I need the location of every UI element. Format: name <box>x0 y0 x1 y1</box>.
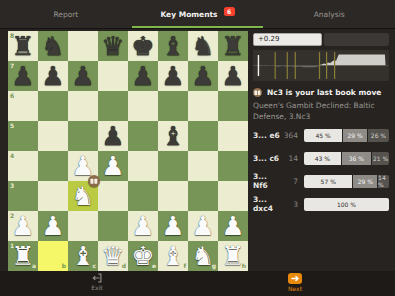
games-count: 7 <box>281 177 298 186</box>
square-e4[interactable] <box>128 151 158 181</box>
winrate-segment-black: 26 % <box>367 129 389 142</box>
piece-white-pawn-g2[interactable]: ♟ <box>191 211 214 241</box>
square-b8[interactable]: ♞ <box>38 31 68 61</box>
square-b4[interactable] <box>38 151 68 181</box>
analysis-panel: +0.29 Nc3 is your last book move Queen's… <box>253 33 389 220</box>
book-move-row-3Nf6[interactable]: 3... Nf6757 %29 %14 % <box>253 174 389 188</box>
piece-white-pawn-h2[interactable]: ♟ <box>221 211 244 241</box>
piece-black-rook-h8[interactable]: ♜ <box>221 31 244 61</box>
piece-black-queen-d8[interactable]: ♛ <box>101 31 124 61</box>
square-h3[interactable] <box>218 181 248 211</box>
square-a6[interactable]: 6 <box>8 91 38 121</box>
square-d8[interactable]: ♛ <box>98 31 128 61</box>
rank-label-7: 7 <box>10 63 14 69</box>
winrate-segment-black: 21 % <box>371 152 389 165</box>
square-e2[interactable]: ♟ <box>128 211 158 241</box>
winrate-segment-draw: 36 % <box>341 152 372 165</box>
square-e1[interactable]: e♚ <box>128 241 158 271</box>
evaluation-score: +0.29 <box>253 33 322 46</box>
square-e8[interactable]: ♚ <box>128 31 158 61</box>
piece-white-pawn-f2[interactable]: ♟ <box>161 211 184 241</box>
square-b6[interactable] <box>38 91 68 121</box>
square-h6[interactable] <box>218 91 248 121</box>
square-h2[interactable]: ♟ <box>218 211 248 241</box>
piece-black-king-e8[interactable]: ♚ <box>131 31 154 61</box>
winrate-bar: 45 %29 %26 % <box>304 129 389 142</box>
square-b2[interactable]: ♟ <box>38 211 68 241</box>
piece-white-pawn-a2[interactable]: ♟ <box>11 211 34 241</box>
square-d1[interactable]: d♛ <box>98 241 128 271</box>
square-d5[interactable]: ♟ <box>98 121 128 151</box>
piece-black-pawn-b7[interactable]: ♟ <box>41 61 64 91</box>
book-moves-table: 3... e636445 %29 %26 %3... c61443 %36 %2… <box>253 128 389 211</box>
active-tab-underline <box>132 26 264 29</box>
tab-analysis[interactable]: Analysis <box>263 0 395 28</box>
next-arrow-icon <box>288 273 302 284</box>
square-a7[interactable]: 7♟ <box>8 61 38 91</box>
square-g2[interactable]: ♟ <box>188 211 218 241</box>
piece-white-pawn-b2[interactable]: ♟ <box>41 211 64 241</box>
file-label-g: g <box>212 263 216 269</box>
piece-black-pawn-c7[interactable]: ♟ <box>71 61 94 91</box>
square-d4[interactable]: ♟ <box>98 151 128 181</box>
square-g1[interactable]: g♞ <box>188 241 218 271</box>
square-c7[interactable]: ♟ <box>68 61 98 91</box>
piece-black-rook-a8[interactable]: ♜ <box>11 31 34 61</box>
square-e6[interactable] <box>128 91 158 121</box>
evaluation-bar-track <box>324 33 389 46</box>
square-d7[interactable] <box>98 61 128 91</box>
square-f4[interactable] <box>158 151 188 181</box>
winrate-segment-white: 57 % <box>304 175 352 188</box>
square-h5[interactable] <box>218 121 248 151</box>
square-d2[interactable] <box>98 211 128 241</box>
exit-door-icon <box>92 273 103 283</box>
square-a4[interactable]: 4 <box>8 151 38 181</box>
piece-black-pawn-g7[interactable]: ♟ <box>191 61 214 91</box>
square-h8[interactable]: ♜ <box>218 31 248 61</box>
games-count: 364 <box>281 131 298 140</box>
winrate-segment-draw: 29 % <box>342 129 367 142</box>
square-g7[interactable]: ♟ <box>188 61 218 91</box>
square-h1[interactable]: h♜ <box>218 241 248 271</box>
next-button[interactable]: Next <box>288 273 302 292</box>
square-b3[interactable] <box>38 181 68 211</box>
square-h4[interactable] <box>218 151 248 181</box>
square-g5[interactable] <box>188 121 218 151</box>
piece-black-pawn-a7[interactable]: ♟ <box>11 61 34 91</box>
square-a5[interactable]: 5 <box>8 121 38 151</box>
winrate-bar: 57 %29 %14 % <box>304 175 389 188</box>
square-c3[interactable]: ♞ <box>68 181 98 211</box>
tab-report-label: Report <box>53 10 78 19</box>
piece-black-pawn-h7[interactable]: ♟ <box>221 61 244 91</box>
piece-black-bishop-f8[interactable]: ♝ <box>161 31 184 61</box>
square-a3[interactable]: 3 <box>8 181 38 211</box>
square-c5[interactable] <box>68 121 98 151</box>
chess-board[interactable]: 8♜♞♛♚♝♞♜7♟♟♟♟♟♟♟65♟♝4♟♟3♞2♟♟♟♟♟♟1a♜bc♝d♛… <box>8 31 248 271</box>
exit-button[interactable]: Exit <box>91 273 102 291</box>
square-f3[interactable] <box>158 181 188 211</box>
winrate-bar: 100 % <box>304 198 389 211</box>
rank-label-2: 2 <box>10 213 14 219</box>
winrate-segment-draw: 29 % <box>352 175 377 188</box>
evaluation-row: +0.29 <box>253 33 389 46</box>
tab-key-moments-label: Key Moments <box>160 10 217 19</box>
book-move-line: Nc3 is your last book move <box>253 88 389 97</box>
square-d3[interactable] <box>98 181 128 211</box>
piece-white-pawn-d4[interactable]: ♟ <box>101 151 124 181</box>
book-move-headline: Nc3 is your last book move <box>267 88 381 97</box>
book-move-row-3e6[interactable]: 3... e636445 %29 %26 % <box>253 128 389 142</box>
square-f2[interactable]: ♟ <box>158 211 188 241</box>
piece-black-pawn-e7[interactable]: ♟ <box>131 61 154 91</box>
winrate-bar: 43 %36 %21 % <box>304 152 389 165</box>
square-f6[interactable] <box>158 91 188 121</box>
square-a8[interactable]: 8♜ <box>8 31 38 61</box>
square-f1[interactable]: f♝ <box>158 241 188 271</box>
winrate-segment-black: 14 % <box>377 175 389 188</box>
next-label: Next <box>288 285 302 292</box>
piece-white-bishop-f1[interactable]: ♝ <box>161 241 184 271</box>
square-b7[interactable]: ♟ <box>38 61 68 91</box>
file-label-b: b <box>62 263 66 269</box>
chess-analysis-app: Report Key Moments 6 Analysis 8♜♞♛♚♝♞♜7♟… <box>0 0 395 296</box>
square-g3[interactable] <box>188 181 218 211</box>
key-moments-count-badge: 6 <box>224 7 235 16</box>
book-move-badge <box>88 175 100 187</box>
opening-name: Queen's Gambit Declined: Baltic Defense,… <box>253 101 385 122</box>
piece-black-knight-b8[interactable]: ♞ <box>41 31 64 61</box>
square-b5[interactable] <box>38 121 68 151</box>
file-label-a: a <box>32 263 36 269</box>
square-g6[interactable] <box>188 91 218 121</box>
square-d6[interactable] <box>98 91 128 121</box>
square-f8[interactable]: ♝ <box>158 31 188 61</box>
winrate-segment-white: 43 % <box>304 152 341 165</box>
move-label: 3... dxc4 <box>253 195 281 213</box>
games-count: 14 <box>281 154 298 163</box>
games-count: 3 <box>281 200 298 209</box>
rank-label-4: 4 <box>10 153 14 159</box>
square-e5[interactable] <box>128 121 158 151</box>
square-g4[interactable] <box>188 151 218 181</box>
tab-report[interactable]: Report <box>0 0 132 28</box>
square-h7[interactable]: ♟ <box>218 61 248 91</box>
piece-black-bishop-f5[interactable]: ♝ <box>161 121 184 151</box>
winrate-segment-white: 100 % <box>304 198 389 211</box>
rank-label-3: 3 <box>10 183 14 189</box>
file-label-c: c <box>92 263 96 269</box>
move-label: 3... c6 <box>253 154 281 163</box>
square-f7[interactable]: ♟ <box>158 61 188 91</box>
exit-label: Exit <box>91 284 102 291</box>
square-c2[interactable] <box>68 211 98 241</box>
file-label-d: d <box>122 263 126 269</box>
tab-bar: Report Key Moments 6 Analysis <box>0 0 395 29</box>
square-e3[interactable] <box>128 181 158 211</box>
file-label-h: h <box>242 263 246 269</box>
square-a2[interactable]: 2♟ <box>8 211 38 241</box>
piece-white-pawn-e2[interactable]: ♟ <box>131 211 154 241</box>
piece-white-bishop-c1[interactable]: ♝ <box>71 241 94 271</box>
evaluation-graph[interactable] <box>253 50 389 81</box>
square-c8[interactable] <box>68 31 98 61</box>
rank-label-5: 5 <box>10 123 14 129</box>
book-move-row-3c6[interactable]: 3... c61443 %36 %21 % <box>253 151 389 165</box>
rank-label-1: 1 <box>10 243 14 249</box>
move-label: 3... Nf6 <box>253 172 281 190</box>
winrate-segment-white: 45 % <box>304 129 342 142</box>
tab-key-moments[interactable]: Key Moments 6 <box>132 0 264 28</box>
square-e7[interactable]: ♟ <box>128 61 158 91</box>
piece-black-knight-g8[interactable]: ♞ <box>191 31 214 61</box>
file-label-e: e <box>152 263 156 269</box>
piece-black-pawn-d5[interactable]: ♟ <box>101 121 124 151</box>
bottom-bar: Exit Next <box>0 271 395 296</box>
square-g8[interactable]: ♞ <box>188 31 218 61</box>
book-move-row-3dxc4[interactable]: 3... dxc43100 % <box>253 197 389 211</box>
square-c1[interactable]: c♝ <box>68 241 98 271</box>
piece-black-pawn-f7[interactable]: ♟ <box>161 61 184 91</box>
book-icon <box>253 88 262 97</box>
square-b1[interactable]: b <box>38 241 68 271</box>
rank-label-6: 6 <box>10 93 14 99</box>
square-f5[interactable]: ♝ <box>158 121 188 151</box>
move-label: 3... e6 <box>253 131 281 140</box>
tab-analysis-label: Analysis <box>314 10 345 19</box>
square-c6[interactable] <box>68 91 98 121</box>
square-a1[interactable]: 1a♜ <box>8 241 38 271</box>
file-label-f: f <box>183 263 186 269</box>
rank-label-8: 8 <box>10 33 14 39</box>
